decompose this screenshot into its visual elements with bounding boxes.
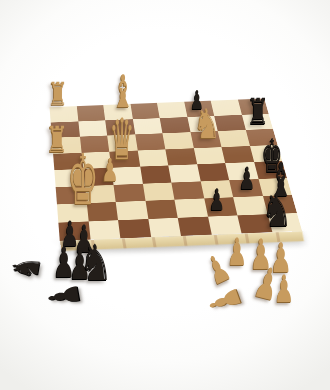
captured-black-pawn: ♟	[62, 257, 99, 298]
white-rook-a5: ♜	[41, 122, 73, 158]
black-pawn-f8: ♟	[185, 87, 208, 113]
white-knight-f6: ♞	[189, 104, 226, 145]
white-king-a2: ♚	[52, 145, 115, 215]
white-bishop-c8: ♝	[103, 69, 143, 114]
captured-white-pawn: ♟	[207, 249, 241, 287]
black-king-h3: ♚	[251, 132, 293, 179]
black-pawn-f1: ♟	[204, 185, 231, 215]
chess-set-photo: ♜♝♟♜♞♜♛♟♚♚♟♝♟♞♞♟♟♟♟♞♟♟♟♟♟♟♟♟	[0, 0, 330, 390]
black-bishop-h2: ♝	[260, 156, 302, 203]
captured-black-pawn: ♟	[45, 242, 83, 284]
white-queen-c4: ♛	[96, 111, 147, 168]
black-pawn-g2: ♟	[233, 163, 261, 194]
captured-white-pawn: ♟	[267, 270, 301, 308]
captured-white-pawn: ♟	[222, 259, 259, 300]
captured-black-knight: ♞	[24, 238, 56, 274]
captured-white-pawn: ♟	[244, 262, 283, 305]
captured-white-pawn: ♟	[242, 234, 280, 276]
captured-black-pawn: ♟	[54, 217, 85, 252]
pieces-layer: ♜♝♟♜♞♜♛♟♚♚♟♝♟♞♞♟♟♟♟♞♟♟♟♟♟♟♟♟	[0, 0, 330, 390]
white-rook-a8: ♜	[44, 78, 73, 110]
captured-black-knight: ♞	[74, 238, 119, 288]
black-knight-h1: ♞	[256, 187, 297, 233]
white-pawn-b3: ♟	[96, 154, 125, 186]
black-rook-h7: ♜	[242, 94, 274, 130]
captured-black-pawn: ♟	[67, 220, 101, 258]
captured-white-pawn: ♟	[263, 238, 300, 279]
captured-black-pawn: ♟	[61, 244, 99, 286]
captured-white-pawn: ♟	[220, 233, 254, 271]
